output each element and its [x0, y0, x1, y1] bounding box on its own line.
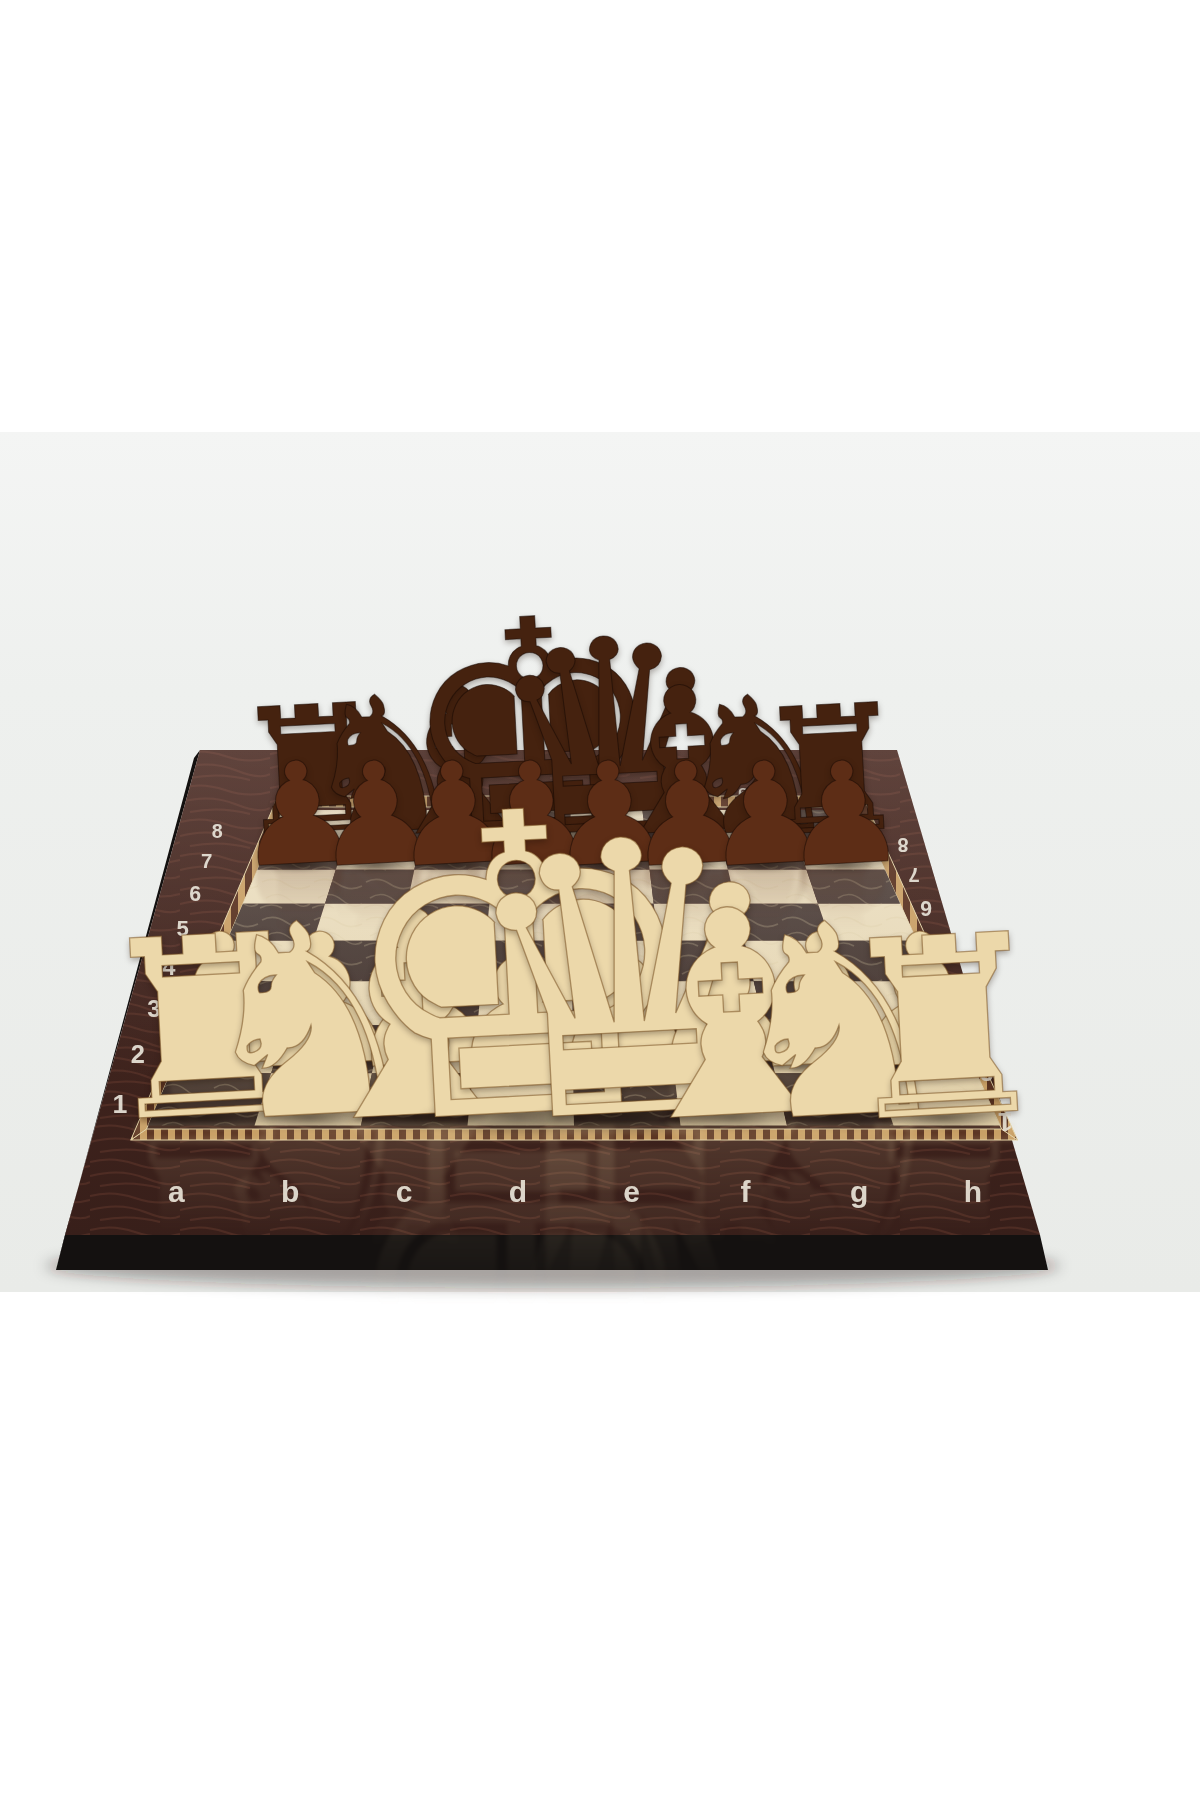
piece-glyph-white-R: ♜: [827, 901, 1061, 1159]
photo-stage: 8877665544332211aabbccddeeffgghh ♜♜♞♞♝♝♚…: [0, 0, 1200, 1800]
rank-label-left-8: 8: [212, 820, 223, 842]
rank-label-left-7: 7: [201, 849, 212, 872]
